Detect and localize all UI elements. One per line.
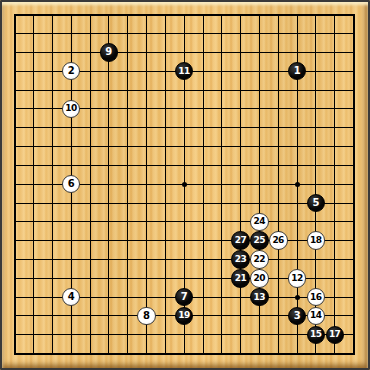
stone-white-8[interactable]: 8 <box>137 307 156 326</box>
stone-move-number: 16 <box>310 293 321 302</box>
stone-move-number: 14 <box>310 311 321 320</box>
go-board[interactable]: 1234567891011121314151617181920212223242… <box>0 0 370 370</box>
stone-move-number: 15 <box>310 330 321 339</box>
grid-line-horizontal <box>15 221 354 222</box>
stone-white-26[interactable]: 26 <box>269 231 288 250</box>
stone-move-number: 22 <box>254 255 265 264</box>
star-point <box>182 182 187 187</box>
stone-white-18[interactable]: 18 <box>307 231 326 250</box>
stone-black-21[interactable]: 21 <box>231 269 250 288</box>
stone-move-number: 24 <box>254 217 265 226</box>
stone-move-number: 7 <box>181 292 188 302</box>
stone-move-number: 6 <box>68 179 75 189</box>
stone-move-number: 27 <box>235 236 246 245</box>
stone-white-22[interactable]: 22 <box>250 250 269 269</box>
star-point <box>295 182 300 187</box>
grid-line-vertical <box>240 15 241 354</box>
stone-black-27[interactable]: 27 <box>231 231 250 250</box>
stone-black-25[interactable]: 25 <box>250 231 269 250</box>
stone-black-17[interactable]: 17 <box>326 326 345 345</box>
grid-line-vertical <box>221 15 222 354</box>
stone-black-9[interactable]: 9 <box>100 43 119 62</box>
stone-move-number: 1 <box>294 66 301 76</box>
stone-move-number: 9 <box>105 47 112 57</box>
stone-move-number: 10 <box>65 104 76 113</box>
stone-white-20[interactable]: 20 <box>250 269 269 288</box>
grid-line-horizontal <box>15 259 354 260</box>
stone-black-23[interactable]: 23 <box>231 250 250 269</box>
stone-move-number: 3 <box>294 311 301 321</box>
grid-line-horizontal <box>15 203 354 204</box>
stone-move-number: 26 <box>272 236 283 245</box>
stone-move-number: 20 <box>254 274 265 283</box>
stone-white-12[interactable]: 12 <box>288 269 307 288</box>
stone-move-number: 8 <box>143 311 150 321</box>
grid-line-vertical <box>203 15 204 354</box>
stone-move-number: 25 <box>254 236 265 245</box>
go-board-diagram: 1234567891011121314151617181920212223242… <box>0 0 370 370</box>
stone-move-number: 12 <box>291 274 302 283</box>
star-point <box>295 295 300 300</box>
stone-move-number: 19 <box>178 311 189 320</box>
stone-move-number: 13 <box>254 293 265 302</box>
stone-move-number: 5 <box>312 198 319 208</box>
stone-move-number: 2 <box>68 66 75 76</box>
stone-black-13[interactable]: 13 <box>250 288 269 307</box>
grid-line-vertical <box>334 15 335 354</box>
grid-line-horizontal <box>15 240 354 241</box>
grid-line-vertical <box>278 15 279 354</box>
stone-move-number: 18 <box>310 236 321 245</box>
stone-move-number: 4 <box>68 292 75 302</box>
stone-move-number: 23 <box>235 255 246 264</box>
stone-move-number: 21 <box>235 274 246 283</box>
stone-move-number: 11 <box>178 67 189 76</box>
stone-move-number: 17 <box>329 330 340 339</box>
grid-line-horizontal <box>15 334 354 335</box>
stone-white-24[interactable]: 24 <box>250 213 269 232</box>
